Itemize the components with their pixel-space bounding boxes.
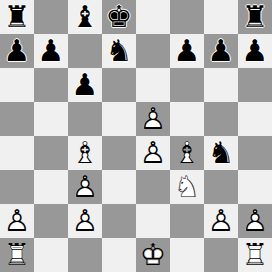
square-f5[interactable] [170,102,204,136]
piece-glyph-fill: ♜ [238,0,272,34]
square-e4[interactable]: ♟♙ [136,136,170,170]
piece-glyph-fill: ♟ [68,68,102,102]
square-g5[interactable] [204,102,238,136]
square-c4[interactable]: ♝♗ [68,136,102,170]
white-knight-icon: ♞♘ [170,170,204,204]
square-d4[interactable] [102,136,136,170]
black-rook-icon: ♜ [238,0,272,34]
square-d3[interactable] [102,170,136,204]
square-d1[interactable] [102,238,136,272]
white-pawn-icon: ♟♙ [136,102,170,136]
square-g3[interactable] [204,170,238,204]
piece-glyph-outline: ♗ [68,136,102,170]
white-king-icon: ♚♔ [136,238,170,272]
square-g7[interactable]: ♟ [204,34,238,68]
black-bishop-icon: ♝ [68,0,102,34]
square-a3[interactable] [0,170,34,204]
square-h1[interactable]: ♜♖ [238,238,272,272]
square-c1[interactable] [68,238,102,272]
square-h5[interactable] [238,102,272,136]
piece-glyph-outline: ♙ [68,204,102,238]
white-pawn-icon: ♟♙ [238,204,272,238]
black-knight-icon: ♞ [102,34,136,68]
black-pawn-icon: ♟ [0,34,34,68]
piece-glyph-outline: ♙ [238,204,272,238]
black-pawn-icon: ♟ [204,34,238,68]
square-d8[interactable]: ♚ [102,0,136,34]
piece-glyph-outline: ♙ [136,102,170,136]
square-c2[interactable]: ♟♙ [68,204,102,238]
piece-glyph-fill: ♜ [0,0,34,34]
square-a5[interactable] [0,102,34,136]
square-b5[interactable] [34,102,68,136]
piece-glyph-fill: ♟ [0,34,34,68]
square-b4[interactable] [34,136,68,170]
piece-glyph-outline: ♔ [136,238,170,272]
square-h4[interactable] [238,136,272,170]
square-g1[interactable] [204,238,238,272]
square-a6[interactable] [0,68,34,102]
square-g2[interactable]: ♟♙ [204,204,238,238]
piece-glyph-outline: ♙ [68,170,102,204]
piece-glyph-fill: ♝ [68,0,102,34]
piece-glyph-fill: ♟ [34,34,68,68]
square-a1[interactable]: ♜♖ [0,238,34,272]
piece-glyph-outline: ♗ [170,136,204,170]
white-bishop-icon: ♝♗ [170,136,204,170]
square-c6[interactable]: ♟ [68,68,102,102]
black-knight-icon: ♞ [204,136,238,170]
black-pawn-icon: ♟ [34,34,68,68]
square-a2[interactable]: ♟♙ [0,204,34,238]
square-h7[interactable]: ♟ [238,34,272,68]
square-e7[interactable] [136,34,170,68]
square-h2[interactable]: ♟♙ [238,204,272,238]
square-h8[interactable]: ♜ [238,0,272,34]
square-a4[interactable] [0,136,34,170]
chess-board: ♜♝♚♜♟♟♞♟♟♟♟♟♙♝♗♟♙♝♗♞♟♙♞♘♟♙♟♙♟♙♟♙♜♖♚♔♜♖ [0,0,272,272]
white-bishop-icon: ♝♗ [68,136,102,170]
square-a8[interactable]: ♜ [0,0,34,34]
white-rook-icon: ♜♖ [0,238,34,272]
square-e1[interactable]: ♚♔ [136,238,170,272]
piece-glyph-fill: ♞ [102,34,136,68]
square-d2[interactable] [102,204,136,238]
square-e5[interactable]: ♟♙ [136,102,170,136]
piece-glyph-outline: ♙ [204,204,238,238]
square-b1[interactable] [34,238,68,272]
piece-glyph-fill: ♟ [170,34,204,68]
square-h6[interactable] [238,68,272,102]
square-f7[interactable]: ♟ [170,34,204,68]
piece-glyph-fill: ♟ [238,34,272,68]
square-b3[interactable] [34,170,68,204]
black-rook-icon: ♜ [0,0,34,34]
piece-glyph-fill: ♞ [204,136,238,170]
piece-glyph-outline: ♖ [238,238,272,272]
square-g8[interactable] [204,0,238,34]
square-b2[interactable] [34,204,68,238]
square-c8[interactable]: ♝ [68,0,102,34]
square-f3[interactable]: ♞♘ [170,170,204,204]
piece-glyph-outline: ♙ [0,204,34,238]
square-c3[interactable]: ♟♙ [68,170,102,204]
square-g4[interactable]: ♞ [204,136,238,170]
square-d5[interactable] [102,102,136,136]
square-f1[interactable] [170,238,204,272]
square-f6[interactable] [170,68,204,102]
square-e8[interactable] [136,0,170,34]
black-pawn-icon: ♟ [170,34,204,68]
square-b6[interactable] [34,68,68,102]
black-pawn-icon: ♟ [238,34,272,68]
piece-glyph-outline: ♙ [136,136,170,170]
chess-diagram: ♜♝♚♜♟♟♞♟♟♟♟♟♙♝♗♟♙♝♗♞♟♙♞♘♟♙♟♙♟♙♟♙♜♖♚♔♜♖ [0,0,272,272]
square-e2[interactable] [136,204,170,238]
black-king-icon: ♚ [102,0,136,34]
square-b8[interactable] [34,0,68,34]
piece-glyph-fill: ♚ [102,0,136,34]
white-pawn-icon: ♟♙ [68,170,102,204]
square-e6[interactable] [136,68,170,102]
square-a7[interactable]: ♟ [0,34,34,68]
square-f8[interactable] [170,0,204,34]
square-d7[interactable]: ♞ [102,34,136,68]
piece-glyph-fill: ♟ [204,34,238,68]
square-f2[interactable] [170,204,204,238]
square-g6[interactable] [204,68,238,102]
square-c7[interactable] [68,34,102,68]
square-b7[interactable]: ♟ [34,34,68,68]
white-rook-icon: ♜♖ [238,238,272,272]
white-pawn-icon: ♟♙ [68,204,102,238]
piece-glyph-outline: ♘ [170,170,204,204]
white-pawn-icon: ♟♙ [136,136,170,170]
square-d6[interactable] [102,68,136,102]
square-e3[interactable] [136,170,170,204]
square-h3[interactable] [238,170,272,204]
white-pawn-icon: ♟♙ [0,204,34,238]
black-pawn-icon: ♟ [68,68,102,102]
square-f4[interactable]: ♝♗ [170,136,204,170]
piece-glyph-outline: ♖ [0,238,34,272]
square-c5[interactable] [68,102,102,136]
white-pawn-icon: ♟♙ [204,204,238,238]
